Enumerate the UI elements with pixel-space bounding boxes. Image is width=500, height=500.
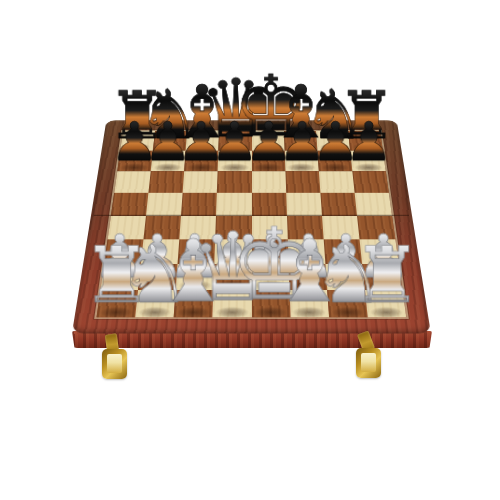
square-d6 <box>217 171 251 193</box>
board-scene: ♜♞♝♛♚♝♞♜♟♟♟♟♟♟♟♟♟♟♟♟♟♟♟♟♜♞♝♛♚♝♞♜ <box>0 0 500 500</box>
square-c6 <box>183 171 218 193</box>
chess-board: ♜♞♝♛♚♝♞♜♟♟♟♟♟♟♟♟♟♟♟♟♟♟♟♟♜♞♝♛♚♝♞♜ <box>72 120 431 333</box>
chess-set-product-photo: ♜♞♝♛♚♝♞♜♟♟♟♟♟♟♟♟♟♟♟♟♟♟♟♟♜♞♝♛♚♝♞♜ <box>0 0 500 500</box>
square-h5 <box>354 193 392 216</box>
latch-hole <box>107 354 122 373</box>
white-rook-piece: ♜ <box>345 237 428 314</box>
latch-loop-icon <box>102 349 127 379</box>
latch-loop-icon <box>356 348 381 378</box>
square-a5 <box>111 193 149 216</box>
square-b5 <box>146 193 183 216</box>
square-h6 <box>352 171 389 193</box>
square-b6 <box>149 171 185 193</box>
brass-latch-left <box>102 334 128 380</box>
black-pawn-piece: ♟ <box>333 116 405 169</box>
square-a6 <box>114 171 151 193</box>
latch-hole <box>361 353 376 372</box>
square-e6 <box>252 171 286 193</box>
square-h7: ♟ <box>350 151 386 172</box>
square-f6 <box>285 171 320 193</box>
square-g6 <box>319 171 355 193</box>
square-h1: ♜ <box>365 290 407 317</box>
square-g5 <box>320 193 357 216</box>
board-grid: ♜♞♝♛♚♝♞♜♟♟♟♟♟♟♟♟♟♟♟♟♟♟♟♟♜♞♝♛♚♝♞♜ <box>97 131 407 317</box>
brass-latch-right <box>353 332 381 379</box>
